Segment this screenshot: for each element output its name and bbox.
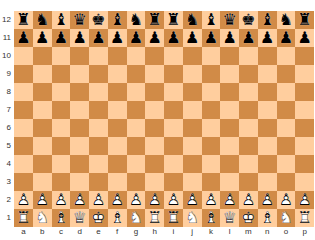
piece-white-pawn-icon: ♙ xyxy=(239,191,258,209)
square-j3[interactable] xyxy=(183,173,202,191)
square-m7[interactable] xyxy=(239,101,258,119)
square-o2[interactable]: ♟♙ xyxy=(277,191,296,209)
piece-white-pawn-fill: ♟ xyxy=(89,191,108,209)
piece-white-knight-fill: ♞ xyxy=(183,209,202,227)
piece-black-pawn-icon: ♟ xyxy=(145,29,164,47)
piece-white-king-icon: ♔ xyxy=(239,209,258,227)
square-b10[interactable] xyxy=(33,47,52,65)
piece-white-pawn-fill: ♟ xyxy=(164,191,183,209)
square-l3[interactable] xyxy=(220,173,239,191)
square-m3[interactable] xyxy=(239,173,258,191)
square-j8[interactable] xyxy=(183,83,202,101)
file-label-d: d xyxy=(70,227,89,239)
square-i10[interactable] xyxy=(164,47,183,65)
piece-white-rook-fill: ♜ xyxy=(164,209,183,227)
square-h9[interactable] xyxy=(145,65,164,83)
square-f11[interactable]: ♟ xyxy=(108,29,127,47)
square-k3[interactable] xyxy=(202,173,221,191)
piece-black-knight-icon: ♞ xyxy=(33,11,52,29)
square-n4[interactable] xyxy=(258,155,277,173)
piece-white-pawn-fill: ♟ xyxy=(295,191,314,209)
file-label-o: o xyxy=(277,227,296,239)
square-g2[interactable]: ♟♙ xyxy=(127,191,146,209)
square-b4[interactable] xyxy=(33,155,52,173)
square-i8[interactable] xyxy=(164,83,183,101)
piece-white-king-fill: ♚ xyxy=(239,209,258,227)
piece-black-pawn-icon: ♟ xyxy=(258,29,277,47)
square-d6[interactable] xyxy=(70,119,89,137)
square-i2[interactable]: ♟♙ xyxy=(164,191,183,209)
square-a9[interactable] xyxy=(14,65,33,83)
square-g11[interactable]: ♟ xyxy=(127,29,146,47)
square-c12[interactable]: ♝ xyxy=(52,11,71,29)
piece-white-rook-icon: ♖ xyxy=(295,209,314,227)
piece-white-pawn-fill: ♟ xyxy=(202,191,221,209)
square-g8[interactable] xyxy=(127,83,146,101)
square-m2[interactable]: ♟♙ xyxy=(239,191,258,209)
square-p8[interactable] xyxy=(295,83,314,101)
square-f2[interactable]: ♟♙ xyxy=(108,191,127,209)
piece-white-rook-fill: ♜ xyxy=(145,209,164,227)
square-n10[interactable] xyxy=(258,47,277,65)
rank-label-9: 9 xyxy=(0,65,11,83)
square-e5[interactable] xyxy=(89,137,108,155)
square-f8[interactable] xyxy=(108,83,127,101)
square-m11[interactable]: ♟ xyxy=(239,29,258,47)
square-c9[interactable] xyxy=(52,65,71,83)
piece-black-queen-icon: ♛ xyxy=(70,11,89,29)
square-o5[interactable] xyxy=(277,137,296,155)
square-e10[interactable] xyxy=(89,47,108,65)
square-k5[interactable] xyxy=(202,137,221,155)
square-f6[interactable] xyxy=(108,119,127,137)
rank-label-2: 2 xyxy=(0,191,11,209)
square-l5[interactable] xyxy=(220,137,239,155)
square-k1[interactable]: ♝♗ xyxy=(202,209,221,227)
square-l8[interactable] xyxy=(220,83,239,101)
piece-black-rook-icon: ♜ xyxy=(145,11,164,29)
square-b6[interactable] xyxy=(33,119,52,137)
square-g4[interactable] xyxy=(127,155,146,173)
file-label-f: f xyxy=(108,227,127,239)
square-a10[interactable] xyxy=(14,47,33,65)
square-h12[interactable]: ♜ xyxy=(145,11,164,29)
square-o4[interactable] xyxy=(277,155,296,173)
square-h10[interactable] xyxy=(145,47,164,65)
piece-black-pawn-icon: ♟ xyxy=(220,29,239,47)
square-n7[interactable] xyxy=(258,101,277,119)
piece-black-bishop-icon: ♝ xyxy=(258,11,277,29)
piece-white-pawn-icon: ♙ xyxy=(220,191,239,209)
square-l4[interactable] xyxy=(220,155,239,173)
square-n9[interactable] xyxy=(258,65,277,83)
piece-white-pawn-fill: ♟ xyxy=(108,191,127,209)
square-b1[interactable]: ♞♘ xyxy=(33,209,52,227)
square-o8[interactable] xyxy=(277,83,296,101)
square-j12[interactable]: ♞ xyxy=(183,11,202,29)
piece-white-bishop-fill: ♝ xyxy=(108,209,127,227)
piece-white-pawn-fill: ♟ xyxy=(127,191,146,209)
square-d1[interactable]: ♛♕ xyxy=(70,209,89,227)
square-k11[interactable]: ♟ xyxy=(202,29,221,47)
square-g12[interactable]: ♞ xyxy=(127,11,146,29)
file-label-p: p xyxy=(295,227,314,239)
piece-white-pawn-fill: ♟ xyxy=(14,191,33,209)
piece-white-pawn-icon: ♙ xyxy=(127,191,146,209)
piece-black-bishop-icon: ♝ xyxy=(202,11,221,29)
square-o12[interactable]: ♞ xyxy=(277,11,296,29)
square-n6[interactable] xyxy=(258,119,277,137)
square-h4[interactable] xyxy=(145,155,164,173)
square-o9[interactable] xyxy=(277,65,296,83)
square-a1[interactable]: ♜♖ xyxy=(14,209,33,227)
piece-black-pawn-icon: ♟ xyxy=(108,29,127,47)
square-c8[interactable] xyxy=(52,83,71,101)
square-a12[interactable]: ♜ xyxy=(14,11,33,29)
piece-white-rook-icon: ♖ xyxy=(14,209,33,227)
square-j9[interactable] xyxy=(183,65,202,83)
square-l9[interactable] xyxy=(220,65,239,83)
square-m9[interactable] xyxy=(239,65,258,83)
square-e6[interactable] xyxy=(89,119,108,137)
square-a2[interactable]: ♟♙ xyxy=(14,191,33,209)
rank-label-12: 12 xyxy=(0,11,11,29)
square-g3[interactable] xyxy=(127,173,146,191)
square-e12[interactable]: ♚ xyxy=(89,11,108,29)
square-p4[interactable] xyxy=(295,155,314,173)
square-i3[interactable] xyxy=(164,173,183,191)
square-j4[interactable] xyxy=(183,155,202,173)
piece-white-pawn-fill: ♟ xyxy=(52,191,71,209)
piece-white-pawn-icon: ♙ xyxy=(258,191,277,209)
square-g9[interactable] xyxy=(127,65,146,83)
square-h7[interactable] xyxy=(145,101,164,119)
piece-black-pawn-icon: ♟ xyxy=(183,29,202,47)
square-g7[interactable] xyxy=(127,101,146,119)
square-k8[interactable] xyxy=(202,83,221,101)
piece-white-pawn-icon: ♙ xyxy=(14,191,33,209)
square-p6[interactable] xyxy=(295,119,314,137)
square-n5[interactable] xyxy=(258,137,277,155)
piece-white-pawn-icon: ♙ xyxy=(183,191,202,209)
square-g6[interactable] xyxy=(127,119,146,137)
piece-white-pawn-fill: ♟ xyxy=(183,191,202,209)
square-h8[interactable] xyxy=(145,83,164,101)
piece-white-pawn-fill: ♟ xyxy=(258,191,277,209)
piece-black-pawn-icon: ♟ xyxy=(295,29,314,47)
piece-black-pawn-icon: ♟ xyxy=(239,29,258,47)
piece-white-bishop-fill: ♝ xyxy=(258,209,277,227)
piece-white-queen-fill: ♛ xyxy=(220,209,239,227)
square-k10[interactable] xyxy=(202,47,221,65)
square-m12[interactable]: ♚ xyxy=(239,11,258,29)
square-g5[interactable] xyxy=(127,137,146,155)
rank-label-3: 3 xyxy=(0,173,11,191)
square-c3[interactable] xyxy=(52,173,71,191)
piece-white-pawn-icon: ♙ xyxy=(33,191,52,209)
square-b11[interactable]: ♟ xyxy=(33,29,52,47)
rank-label-5: 5 xyxy=(0,137,11,155)
square-a4[interactable] xyxy=(14,155,33,173)
square-p10[interactable] xyxy=(295,47,314,65)
square-f9[interactable] xyxy=(108,65,127,83)
square-i4[interactable] xyxy=(164,155,183,173)
piece-black-rook-icon: ♜ xyxy=(164,11,183,29)
square-p9[interactable] xyxy=(295,65,314,83)
piece-white-pawn-fill: ♟ xyxy=(33,191,52,209)
square-d2[interactable]: ♟♙ xyxy=(70,191,89,209)
piece-white-pawn-icon: ♙ xyxy=(89,191,108,209)
square-e3[interactable] xyxy=(89,173,108,191)
square-a5[interactable] xyxy=(14,137,33,155)
piece-white-knight-icon: ♘ xyxy=(277,209,296,227)
square-k9[interactable] xyxy=(202,65,221,83)
square-j2[interactable]: ♟♙ xyxy=(183,191,202,209)
square-c10[interactable] xyxy=(52,47,71,65)
piece-black-pawn-icon: ♟ xyxy=(202,29,221,47)
square-p3[interactable] xyxy=(295,173,314,191)
square-b12[interactable]: ♞ xyxy=(33,11,52,29)
square-b9[interactable] xyxy=(33,65,52,83)
square-p12[interactable]: ♜ xyxy=(295,11,314,29)
square-e2[interactable]: ♟♙ xyxy=(89,191,108,209)
square-f12[interactable]: ♝ xyxy=(108,11,127,29)
piece-black-rook-icon: ♜ xyxy=(14,11,33,29)
square-k4[interactable] xyxy=(202,155,221,173)
piece-white-pawn-icon: ♙ xyxy=(108,191,127,209)
square-e8[interactable] xyxy=(89,83,108,101)
square-h1[interactable]: ♜♖ xyxy=(145,209,164,227)
piece-black-rook-icon: ♜ xyxy=(295,11,314,29)
piece-white-knight-fill: ♞ xyxy=(277,209,296,227)
piece-black-pawn-icon: ♟ xyxy=(164,29,183,47)
square-h2[interactable]: ♟♙ xyxy=(145,191,164,209)
square-o6[interactable] xyxy=(277,119,296,137)
square-b3[interactable] xyxy=(33,173,52,191)
square-f7[interactable] xyxy=(108,101,127,119)
file-label-m: m xyxy=(239,227,258,239)
square-h11[interactable]: ♟ xyxy=(145,29,164,47)
piece-black-knight-icon: ♞ xyxy=(183,11,202,29)
square-c11[interactable]: ♟ xyxy=(52,29,71,47)
square-i1[interactable]: ♜♖ xyxy=(164,209,183,227)
piece-white-pawn-icon: ♙ xyxy=(70,191,89,209)
piece-white-knight-fill: ♞ xyxy=(127,209,146,227)
square-m6[interactable] xyxy=(239,119,258,137)
square-o3[interactable] xyxy=(277,173,296,191)
piece-white-pawn-icon: ♙ xyxy=(295,191,314,209)
square-l1[interactable]: ♛♕ xyxy=(220,209,239,227)
piece-white-bishop-icon: ♗ xyxy=(258,209,277,227)
square-d12[interactable]: ♛ xyxy=(70,11,89,29)
square-j10[interactable] xyxy=(183,47,202,65)
file-label-b: b xyxy=(33,227,52,239)
square-h6[interactable] xyxy=(145,119,164,137)
square-j7[interactable] xyxy=(183,101,202,119)
piece-white-pawn-fill: ♟ xyxy=(70,191,89,209)
square-i9[interactable] xyxy=(164,65,183,83)
piece-black-king-icon: ♚ xyxy=(239,11,258,29)
square-k2[interactable]: ♟♙ xyxy=(202,191,221,209)
square-b2[interactable]: ♟♙ xyxy=(33,191,52,209)
piece-white-pawn-fill: ♟ xyxy=(277,191,296,209)
square-d3[interactable] xyxy=(70,173,89,191)
file-label-k: k xyxy=(202,227,221,239)
rank-label-4: 4 xyxy=(0,155,11,173)
square-d5[interactable] xyxy=(70,137,89,155)
square-d10[interactable] xyxy=(70,47,89,65)
piece-black-king-icon: ♚ xyxy=(89,11,108,29)
piece-white-pawn-icon: ♙ xyxy=(202,191,221,209)
square-k6[interactable] xyxy=(202,119,221,137)
square-g10[interactable] xyxy=(127,47,146,65)
square-l7[interactable] xyxy=(220,101,239,119)
square-m10[interactable] xyxy=(239,47,258,65)
square-j11[interactable]: ♟ xyxy=(183,29,202,47)
square-f3[interactable] xyxy=(108,173,127,191)
file-label-l: l xyxy=(220,227,239,239)
piece-white-pawn-fill: ♟ xyxy=(145,191,164,209)
square-n11[interactable]: ♟ xyxy=(258,29,277,47)
square-p2[interactable]: ♟♙ xyxy=(295,191,314,209)
piece-black-pawn-icon: ♟ xyxy=(70,29,89,47)
square-o7[interactable] xyxy=(277,101,296,119)
square-c5[interactable] xyxy=(52,137,71,155)
square-n12[interactable]: ♝ xyxy=(258,11,277,29)
square-n1[interactable]: ♝♗ xyxy=(258,209,277,227)
square-d9[interactable] xyxy=(70,65,89,83)
piece-black-knight-icon: ♞ xyxy=(277,11,296,29)
square-m4[interactable] xyxy=(239,155,258,173)
square-p11[interactable]: ♟ xyxy=(295,29,314,47)
piece-white-queen-icon: ♕ xyxy=(70,209,89,227)
piece-black-bishop-icon: ♝ xyxy=(108,11,127,29)
square-p5[interactable] xyxy=(295,137,314,155)
piece-white-bishop-icon: ♗ xyxy=(108,209,127,227)
piece-black-pawn-icon: ♟ xyxy=(89,29,108,47)
piece-white-pawn-icon: ♙ xyxy=(277,191,296,209)
square-e9[interactable] xyxy=(89,65,108,83)
piece-white-knight-icon: ♘ xyxy=(183,209,202,227)
square-k7[interactable] xyxy=(202,101,221,119)
square-e1[interactable]: ♚♔ xyxy=(89,209,108,227)
square-m8[interactable] xyxy=(239,83,258,101)
square-j6[interactable] xyxy=(183,119,202,137)
square-l11[interactable]: ♟ xyxy=(220,29,239,47)
piece-black-pawn-icon: ♟ xyxy=(33,29,52,47)
chessboard: ♜♞♝♛♚♝♞♜♜♞♝♛♚♝♞♜♟♟♟♟♟♟♟♟♟♟♟♟♟♟♟♟♟♙♟♙♟♙♟♙… xyxy=(14,11,314,227)
square-o10[interactable] xyxy=(277,47,296,65)
square-h3[interactable] xyxy=(145,173,164,191)
piece-white-rook-fill: ♜ xyxy=(14,209,33,227)
piece-white-pawn-icon: ♙ xyxy=(145,191,164,209)
square-c6[interactable] xyxy=(52,119,71,137)
square-l12[interactable]: ♛ xyxy=(220,11,239,29)
square-a11[interactable]: ♟ xyxy=(14,29,33,47)
square-p1[interactable]: ♜♖ xyxy=(295,209,314,227)
square-j1[interactable]: ♞♘ xyxy=(183,209,202,227)
square-g1[interactable]: ♞♘ xyxy=(127,209,146,227)
piece-white-queen-fill: ♛ xyxy=(70,209,89,227)
piece-black-knight-icon: ♞ xyxy=(127,11,146,29)
square-c2[interactable]: ♟♙ xyxy=(52,191,71,209)
file-label-j: j xyxy=(183,227,202,239)
file-label-e: e xyxy=(89,227,108,239)
piece-white-bishop-icon: ♗ xyxy=(52,209,71,227)
square-a7[interactable] xyxy=(14,101,33,119)
square-k12[interactable]: ♝ xyxy=(202,11,221,29)
rank-label-11: 11 xyxy=(0,29,11,47)
square-i7[interactable] xyxy=(164,101,183,119)
file-label-h: h xyxy=(145,227,164,239)
square-e4[interactable] xyxy=(89,155,108,173)
square-l6[interactable] xyxy=(220,119,239,137)
square-e11[interactable]: ♟ xyxy=(89,29,108,47)
piece-black-pawn-icon: ♟ xyxy=(277,29,296,47)
square-h5[interactable] xyxy=(145,137,164,155)
square-o11[interactable]: ♟ xyxy=(277,29,296,47)
piece-white-king-fill: ♚ xyxy=(89,209,108,227)
square-i6[interactable] xyxy=(164,119,183,137)
square-i11[interactable]: ♟ xyxy=(164,29,183,47)
square-c7[interactable] xyxy=(52,101,71,119)
square-n8[interactable] xyxy=(258,83,277,101)
piece-white-bishop-icon: ♗ xyxy=(202,209,221,227)
piece-white-rook-icon: ♖ xyxy=(164,209,183,227)
square-f1[interactable]: ♝♗ xyxy=(108,209,127,227)
rank-label-10: 10 xyxy=(0,47,11,65)
piece-black-queen-icon: ♛ xyxy=(220,11,239,29)
square-i12[interactable]: ♜ xyxy=(164,11,183,29)
square-n3[interactable] xyxy=(258,173,277,191)
rank-label-7: 7 xyxy=(0,101,11,119)
square-a6[interactable] xyxy=(14,119,33,137)
rank-label-6: 6 xyxy=(0,119,11,137)
square-m1[interactable]: ♚♔ xyxy=(239,209,258,227)
square-f5[interactable] xyxy=(108,137,127,155)
square-a8[interactable] xyxy=(14,83,33,101)
piece-white-rook-fill: ♜ xyxy=(295,209,314,227)
square-i5[interactable] xyxy=(164,137,183,155)
square-d4[interactable] xyxy=(70,155,89,173)
square-e7[interactable] xyxy=(89,101,108,119)
square-b7[interactable] xyxy=(33,101,52,119)
square-o1[interactable]: ♞♘ xyxy=(277,209,296,227)
square-l10[interactable] xyxy=(220,47,239,65)
square-p7[interactable] xyxy=(295,101,314,119)
file-label-c: c xyxy=(52,227,71,239)
square-f10[interactable] xyxy=(108,47,127,65)
square-n2[interactable]: ♟♙ xyxy=(258,191,277,209)
square-b5[interactable] xyxy=(33,137,52,155)
square-l2[interactable]: ♟♙ xyxy=(220,191,239,209)
square-d7[interactable] xyxy=(70,101,89,119)
piece-black-bishop-icon: ♝ xyxy=(52,11,71,29)
square-c1[interactable]: ♝♗ xyxy=(52,209,71,227)
square-d11[interactable]: ♟ xyxy=(70,29,89,47)
square-b8[interactable] xyxy=(33,83,52,101)
piece-black-pawn-icon: ♟ xyxy=(52,29,71,47)
square-c4[interactable] xyxy=(52,155,71,173)
square-j5[interactable] xyxy=(183,137,202,155)
square-a3[interactable] xyxy=(14,173,33,191)
square-d8[interactable] xyxy=(70,83,89,101)
piece-white-knight-icon: ♘ xyxy=(127,209,146,227)
piece-white-rook-icon: ♖ xyxy=(145,209,164,227)
square-f4[interactable] xyxy=(108,155,127,173)
file-label-g: g xyxy=(127,227,146,239)
square-m5[interactable] xyxy=(239,137,258,155)
